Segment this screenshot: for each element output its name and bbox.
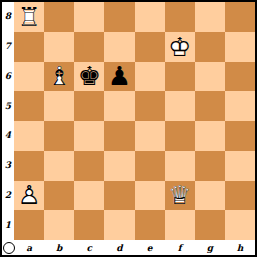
square-e6[interactable] [135, 62, 165, 92]
square-g7[interactable] [195, 32, 225, 62]
square-g2[interactable] [195, 181, 225, 211]
square-c5[interactable] [74, 91, 104, 121]
square-d7[interactable] [104, 32, 134, 62]
square-c4[interactable] [74, 121, 104, 151]
file-label-a: a [14, 240, 44, 255]
white-king-glyph: ♚ [168, 34, 191, 60]
square-c3[interactable] [74, 151, 104, 181]
white-rook-outline: ♖ [17, 4, 40, 30]
file-label-g: g [195, 240, 225, 255]
white-rook-a8[interactable]: ♜♖ [14, 2, 44, 32]
square-a1[interactable] [14, 210, 44, 240]
white-bishop-outline: ♗ [48, 63, 71, 89]
black-king-glyph: ♚ [78, 63, 101, 89]
rank-label-4: 4 [2, 121, 14, 151]
square-e4[interactable] [135, 121, 165, 151]
square-d6[interactable]: ♟ [104, 62, 134, 92]
white-queen-f2[interactable]: ♛♕ [165, 181, 195, 211]
rank-label-3: 3 [2, 151, 14, 181]
white-pawn-a2[interactable]: ♟♙ [14, 181, 44, 211]
file-labels: abcdefgh [14, 240, 255, 255]
square-h4[interactable] [225, 121, 255, 151]
chessboard-diagram: 87654321 ♜♖♚♔♝♗♚♟♟♙♛♕ abcdefgh [0, 0, 257, 257]
file-label-c: c [74, 240, 104, 255]
square-d3[interactable] [104, 151, 134, 181]
square-e2[interactable] [135, 181, 165, 211]
board: ♜♖♚♔♝♗♚♟♟♙♛♕ [14, 2, 255, 240]
file-label-e: e [135, 240, 165, 255]
square-c7[interactable] [74, 32, 104, 62]
square-e5[interactable] [135, 91, 165, 121]
file-label-d: d [104, 240, 134, 255]
square-d2[interactable] [104, 181, 134, 211]
file-label-h: h [225, 240, 255, 255]
square-e1[interactable] [135, 210, 165, 240]
rank-label-2: 2 [2, 181, 14, 211]
square-f1[interactable] [165, 210, 195, 240]
turn-indicator-area [2, 240, 14, 255]
square-b7[interactable] [44, 32, 74, 62]
square-e7[interactable] [135, 32, 165, 62]
square-h2[interactable] [225, 181, 255, 211]
square-a6[interactable] [14, 62, 44, 92]
square-h6[interactable] [225, 62, 255, 92]
rank-labels: 87654321 [2, 2, 14, 240]
square-a5[interactable] [14, 91, 44, 121]
square-f5[interactable] [165, 91, 195, 121]
square-g3[interactable] [195, 151, 225, 181]
black-pawn-d6[interactable]: ♟ [104, 62, 134, 92]
white-queen-outline: ♕ [168, 182, 191, 208]
square-b5[interactable] [44, 91, 74, 121]
square-h5[interactable] [225, 91, 255, 121]
square-d5[interactable] [104, 91, 134, 121]
square-h3[interactable] [225, 151, 255, 181]
square-f2[interactable]: ♛♕ [165, 181, 195, 211]
square-f4[interactable] [165, 121, 195, 151]
white-bishop-b6[interactable]: ♝♗ [44, 62, 74, 92]
square-g6[interactable] [195, 62, 225, 92]
square-d1[interactable] [104, 210, 134, 240]
square-f6[interactable] [165, 62, 195, 92]
square-a7[interactable] [14, 32, 44, 62]
square-c2[interactable] [74, 181, 104, 211]
file-label-b: b [44, 240, 74, 255]
black-king-c6[interactable]: ♚ [74, 62, 104, 92]
square-f8[interactable] [165, 2, 195, 32]
square-b4[interactable] [44, 121, 74, 151]
square-d8[interactable] [104, 2, 134, 32]
square-g8[interactable] [195, 2, 225, 32]
square-g4[interactable] [195, 121, 225, 151]
square-a4[interactable] [14, 121, 44, 151]
white-pawn-outline: ♙ [17, 182, 40, 208]
white-pawn-glyph: ♟ [17, 182, 40, 208]
square-a2[interactable]: ♟♙ [14, 181, 44, 211]
square-e3[interactable] [135, 151, 165, 181]
square-f7[interactable]: ♚♔ [165, 32, 195, 62]
square-d4[interactable] [104, 121, 134, 151]
white-bishop-glyph: ♝ [48, 63, 71, 89]
rank-label-1: 1 [2, 210, 14, 240]
square-e8[interactable] [135, 2, 165, 32]
square-h8[interactable] [225, 2, 255, 32]
white-king-outline: ♔ [168, 34, 191, 60]
file-label-f: f [165, 240, 195, 255]
white-to-move-indicator [3, 242, 15, 254]
square-c6[interactable]: ♚ [74, 62, 104, 92]
white-king-f7[interactable]: ♚♔ [165, 32, 195, 62]
square-g5[interactable] [195, 91, 225, 121]
rank-label-6: 6 [2, 62, 14, 92]
white-queen-glyph: ♛ [168, 182, 191, 208]
square-g1[interactable] [195, 210, 225, 240]
black-pawn-glyph: ♟ [108, 63, 131, 89]
square-b6[interactable]: ♝♗ [44, 62, 74, 92]
square-b1[interactable] [44, 210, 74, 240]
square-b2[interactable] [44, 181, 74, 211]
square-c1[interactable] [74, 210, 104, 240]
square-b8[interactable] [44, 2, 74, 32]
square-b3[interactable] [44, 151, 74, 181]
square-h7[interactable] [225, 32, 255, 62]
white-rook-glyph: ♜ [17, 4, 40, 30]
square-h1[interactable] [225, 210, 255, 240]
rank-label-5: 5 [2, 91, 14, 121]
square-c8[interactable] [74, 2, 104, 32]
rank-label-7: 7 [2, 32, 14, 62]
square-a3[interactable] [14, 151, 44, 181]
rank-label-8: 8 [2, 2, 14, 32]
square-f3[interactable] [165, 151, 195, 181]
square-a8[interactable]: ♜♖ [14, 2, 44, 32]
